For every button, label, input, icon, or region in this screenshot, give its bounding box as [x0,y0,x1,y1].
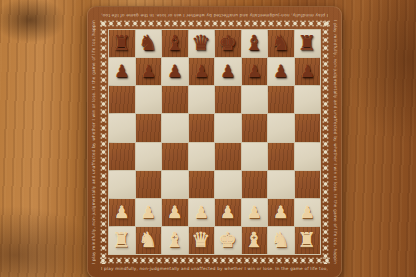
square-d6[interactable] [189,86,215,113]
dark-pawn-a7[interactable]: ♟ [114,63,129,80]
square-b8[interactable]: ♞ [136,30,162,57]
light-pawn-f2[interactable]: ♟ [247,204,262,221]
dark-knight-b8[interactable]: ♞ [139,33,158,54]
light-pawn-c2[interactable]: ♟ [167,204,182,221]
square-h6[interactable] [295,86,321,113]
square-b6[interactable] [136,86,162,113]
square-d8[interactable]: ♛ [189,30,215,57]
dark-knight-g8[interactable]: ♞ [271,33,290,54]
dark-bishop-c8[interactable]: ♝ [165,33,184,54]
square-g1[interactable]: ♞ [268,227,294,254]
square-h5[interactable] [295,114,321,141]
square-f5[interactable] [242,114,268,141]
square-b7[interactable]: ♟ [136,58,162,85]
square-h3[interactable] [295,171,321,198]
border-quote-top: I play mindfully, non-judgmentally and u… [101,11,328,19]
light-knight-g1[interactable]: ♞ [271,230,290,251]
light-bishop-f1[interactable]: ♝ [245,230,264,251]
square-h2[interactable]: ♟ [295,199,321,226]
board-grid: ♜♞♝♛♚♝♞♜♟♟♟♟♟♟♟♟♟♟♟♟♟♟♟♟♜♞♝♛♚♝♞♜ [108,29,321,255]
light-pawn-a2[interactable]: ♟ [114,204,129,221]
square-f1[interactable]: ♝ [242,227,268,254]
square-f8[interactable]: ♝ [242,30,268,57]
dark-pawn-d7[interactable]: ♟ [194,63,209,80]
square-c7[interactable]: ♟ [162,58,188,85]
dark-queen-d8[interactable]: ♛ [192,33,211,54]
border-quote-right: I play mindfully, non-judgmentally and u… [331,20,339,264]
square-e2[interactable]: ♟ [215,199,241,226]
ornament-band-left [99,20,108,264]
square-e1[interactable]: ♚ [215,227,241,254]
border-quote-bottom: I play mindfully, non-judgmentally and u… [101,265,328,273]
square-e4[interactable] [215,143,241,170]
light-pawn-b2[interactable]: ♟ [141,204,156,221]
dark-bishop-f8[interactable]: ♝ [245,33,264,54]
ornament-band-top [99,19,330,28]
square-e8[interactable]: ♚ [215,30,241,57]
square-a3[interactable] [109,171,135,198]
square-g8[interactable]: ♞ [268,30,294,57]
square-g5[interactable] [268,114,294,141]
dark-pawn-e7[interactable]: ♟ [220,63,235,80]
border-quote-left: I play mindfully, non-judgmentally and u… [90,20,98,264]
square-a7[interactable]: ♟ [109,58,135,85]
square-a2[interactable]: ♟ [109,199,135,226]
light-bishop-c1[interactable]: ♝ [165,230,184,251]
square-g3[interactable] [268,171,294,198]
square-g7[interactable]: ♟ [268,58,294,85]
square-d3[interactable] [189,171,215,198]
square-c8[interactable]: ♝ [162,30,188,57]
square-f3[interactable] [242,171,268,198]
light-rook-a1[interactable]: ♜ [112,230,131,251]
dark-pawn-f7[interactable]: ♟ [247,63,262,80]
square-g2[interactable]: ♟ [268,199,294,226]
square-a8[interactable]: ♜ [109,30,135,57]
square-h7[interactable]: ♟ [295,58,321,85]
square-h4[interactable] [295,143,321,170]
square-a4[interactable] [109,143,135,170]
square-a5[interactable] [109,114,135,141]
square-d1[interactable]: ♛ [189,227,215,254]
light-pawn-d2[interactable]: ♟ [194,204,209,221]
square-a6[interactable] [109,86,135,113]
dark-rook-h8[interactable]: ♜ [298,33,317,54]
ornament-band-bottom [99,256,330,265]
square-d2[interactable]: ♟ [189,199,215,226]
dark-king-e8[interactable]: ♚ [218,33,237,54]
square-b1[interactable]: ♞ [136,227,162,254]
dark-pawn-g7[interactable]: ♟ [273,63,288,80]
chess-board: I play mindfully, non-judgmentally and u… [87,6,342,277]
dark-rook-a8[interactable]: ♜ [112,33,131,54]
light-queen-d1[interactable]: ♛ [192,230,211,251]
light-pawn-e2[interactable]: ♟ [220,204,235,221]
square-e7[interactable]: ♟ [215,58,241,85]
square-d5[interactable] [189,114,215,141]
square-b3[interactable] [136,171,162,198]
ornament-band-right [321,20,330,264]
square-b4[interactable] [136,143,162,170]
square-g6[interactable] [268,86,294,113]
light-pawn-h2[interactable]: ♟ [300,204,315,221]
light-king-e1[interactable]: ♚ [218,230,237,251]
square-h8[interactable]: ♜ [295,30,321,57]
square-a1[interactable]: ♜ [109,227,135,254]
square-e3[interactable] [215,171,241,198]
square-c6[interactable] [162,86,188,113]
square-h1[interactable]: ♜ [295,227,321,254]
square-d7[interactable]: ♟ [189,58,215,85]
light-pawn-g2[interactable]: ♟ [273,204,288,221]
square-f6[interactable] [242,86,268,113]
dark-pawn-b7[interactable]: ♟ [141,63,156,80]
light-knight-b1[interactable]: ♞ [139,230,158,251]
square-e5[interactable] [215,114,241,141]
square-g4[interactable] [268,143,294,170]
square-c1[interactable]: ♝ [162,227,188,254]
square-f2[interactable]: ♟ [242,199,268,226]
light-rook-h1[interactable]: ♜ [298,230,317,251]
square-c4[interactable] [162,143,188,170]
square-b2[interactable]: ♟ [136,199,162,226]
dark-pawn-h7[interactable]: ♟ [300,63,315,80]
square-f4[interactable] [242,143,268,170]
square-e6[interactable] [215,86,241,113]
square-c2[interactable]: ♟ [162,199,188,226]
table-surface: I play mindfully, non-judgmentally and u… [0,0,416,277]
dark-pawn-c7[interactable]: ♟ [167,63,182,80]
square-b5[interactable] [136,114,162,141]
square-f7[interactable]: ♟ [242,58,268,85]
square-d4[interactable] [189,143,215,170]
square-c5[interactable] [162,114,188,141]
square-c3[interactable] [162,171,188,198]
